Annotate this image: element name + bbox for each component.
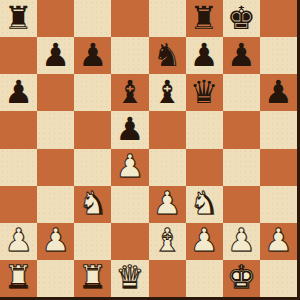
black-bishop[interactable]: ♝ (116, 76, 145, 108)
white-pawn[interactable]: ♟ (264, 224, 293, 256)
square-f2[interactable]: ♟ (186, 223, 223, 260)
black-pawn[interactable]: ♟ (4, 76, 33, 108)
square-a2[interactable]: ♟ (0, 223, 37, 260)
square-g4[interactable] (223, 149, 260, 186)
white-knight[interactable]: ♞ (190, 187, 219, 219)
black-bishop[interactable]: ♝ (153, 76, 182, 108)
square-h5[interactable] (260, 111, 297, 148)
square-d3[interactable] (111, 186, 148, 223)
black-pawn[interactable]: ♟ (227, 39, 256, 71)
square-e5[interactable] (149, 111, 186, 148)
square-c3[interactable]: ♞ (74, 186, 111, 223)
white-pawn[interactable]: ♟ (227, 224, 256, 256)
square-c4[interactable] (74, 149, 111, 186)
square-h1[interactable] (260, 260, 297, 297)
square-g8[interactable]: ♚ (223, 0, 260, 37)
black-pawn[interactable]: ♟ (41, 39, 70, 71)
square-d2[interactable] (111, 223, 148, 260)
white-pawn[interactable]: ♟ (116, 150, 145, 182)
square-b3[interactable] (37, 186, 74, 223)
square-e4[interactable] (149, 149, 186, 186)
square-e2[interactable]: ♝ (149, 223, 186, 260)
black-pawn[interactable]: ♟ (116, 113, 145, 145)
white-pawn[interactable]: ♟ (190, 224, 219, 256)
black-knight[interactable]: ♞ (153, 39, 182, 71)
square-h4[interactable] (260, 149, 297, 186)
white-knight[interactable]: ♞ (78, 187, 107, 219)
square-c7[interactable]: ♟ (74, 37, 111, 74)
black-rook[interactable]: ♜ (4, 2, 33, 34)
white-king[interactable]: ♚ (227, 261, 256, 293)
white-pawn[interactable]: ♟ (153, 187, 182, 219)
square-g1[interactable]: ♚ (223, 260, 260, 297)
square-c5[interactable] (74, 111, 111, 148)
square-c8[interactable] (74, 0, 111, 37)
white-rook[interactable]: ♜ (78, 261, 107, 293)
square-a8[interactable]: ♜ (0, 0, 37, 37)
square-b4[interactable] (37, 149, 74, 186)
black-pawn[interactable]: ♟ (264, 76, 293, 108)
square-h6[interactable]: ♟ (260, 74, 297, 111)
square-h7[interactable] (260, 37, 297, 74)
square-a5[interactable] (0, 111, 37, 148)
square-a1[interactable]: ♜ (0, 260, 37, 297)
square-a6[interactable]: ♟ (0, 74, 37, 111)
black-pawn[interactable]: ♟ (190, 39, 219, 71)
black-pawn[interactable]: ♟ (78, 39, 107, 71)
square-g2[interactable]: ♟ (223, 223, 260, 260)
black-rook[interactable]: ♜ (190, 2, 219, 34)
square-d5[interactable]: ♟ (111, 111, 148, 148)
square-d8[interactable] (111, 0, 148, 37)
square-d4[interactable]: ♟ (111, 149, 148, 186)
square-d6[interactable]: ♝ (111, 74, 148, 111)
square-c6[interactable] (74, 74, 111, 111)
square-b7[interactable]: ♟ (37, 37, 74, 74)
square-h8[interactable] (260, 0, 297, 37)
square-e7[interactable]: ♞ (149, 37, 186, 74)
white-queen[interactable]: ♛ (116, 261, 145, 293)
square-g6[interactable] (223, 74, 260, 111)
square-f6[interactable]: ♛ (186, 74, 223, 111)
square-b2[interactable]: ♟ (37, 223, 74, 260)
chess-board: ♜♜♚♟♟♞♟♟♟♝♝♛♟♟♟♞♟♞♟♟♝♟♟♟♜♜♛♚ (0, 0, 297, 297)
square-a4[interactable] (0, 149, 37, 186)
square-g7[interactable]: ♟ (223, 37, 260, 74)
square-f1[interactable] (186, 260, 223, 297)
square-g3[interactable] (223, 186, 260, 223)
chess-board-frame: ♜♜♚♟♟♞♟♟♟♝♝♛♟♟♟♞♟♞♟♟♝♟♟♟♜♜♛♚ (0, 0, 300, 300)
square-b8[interactable] (37, 0, 74, 37)
black-king[interactable]: ♚ (227, 2, 256, 34)
square-c2[interactable] (74, 223, 111, 260)
square-f5[interactable] (186, 111, 223, 148)
square-d7[interactable] (111, 37, 148, 74)
square-b5[interactable] (37, 111, 74, 148)
square-e3[interactable]: ♟ (149, 186, 186, 223)
square-g5[interactable] (223, 111, 260, 148)
square-e1[interactable] (149, 260, 186, 297)
square-d1[interactable]: ♛ (111, 260, 148, 297)
white-bishop[interactable]: ♝ (153, 224, 182, 256)
square-f8[interactable]: ♜ (186, 0, 223, 37)
square-b1[interactable] (37, 260, 74, 297)
square-c1[interactable]: ♜ (74, 260, 111, 297)
square-h3[interactable] (260, 186, 297, 223)
square-e6[interactable]: ♝ (149, 74, 186, 111)
white-rook[interactable]: ♜ (4, 261, 33, 293)
white-pawn[interactable]: ♟ (41, 224, 70, 256)
square-f4[interactable] (186, 149, 223, 186)
square-f3[interactable]: ♞ (186, 186, 223, 223)
square-h2[interactable]: ♟ (260, 223, 297, 260)
square-a7[interactable] (0, 37, 37, 74)
square-a3[interactable] (0, 186, 37, 223)
square-b6[interactable] (37, 74, 74, 111)
square-f7[interactable]: ♟ (186, 37, 223, 74)
white-pawn[interactable]: ♟ (4, 224, 33, 256)
black-queen[interactable]: ♛ (190, 76, 219, 108)
square-e8[interactable] (149, 0, 186, 37)
